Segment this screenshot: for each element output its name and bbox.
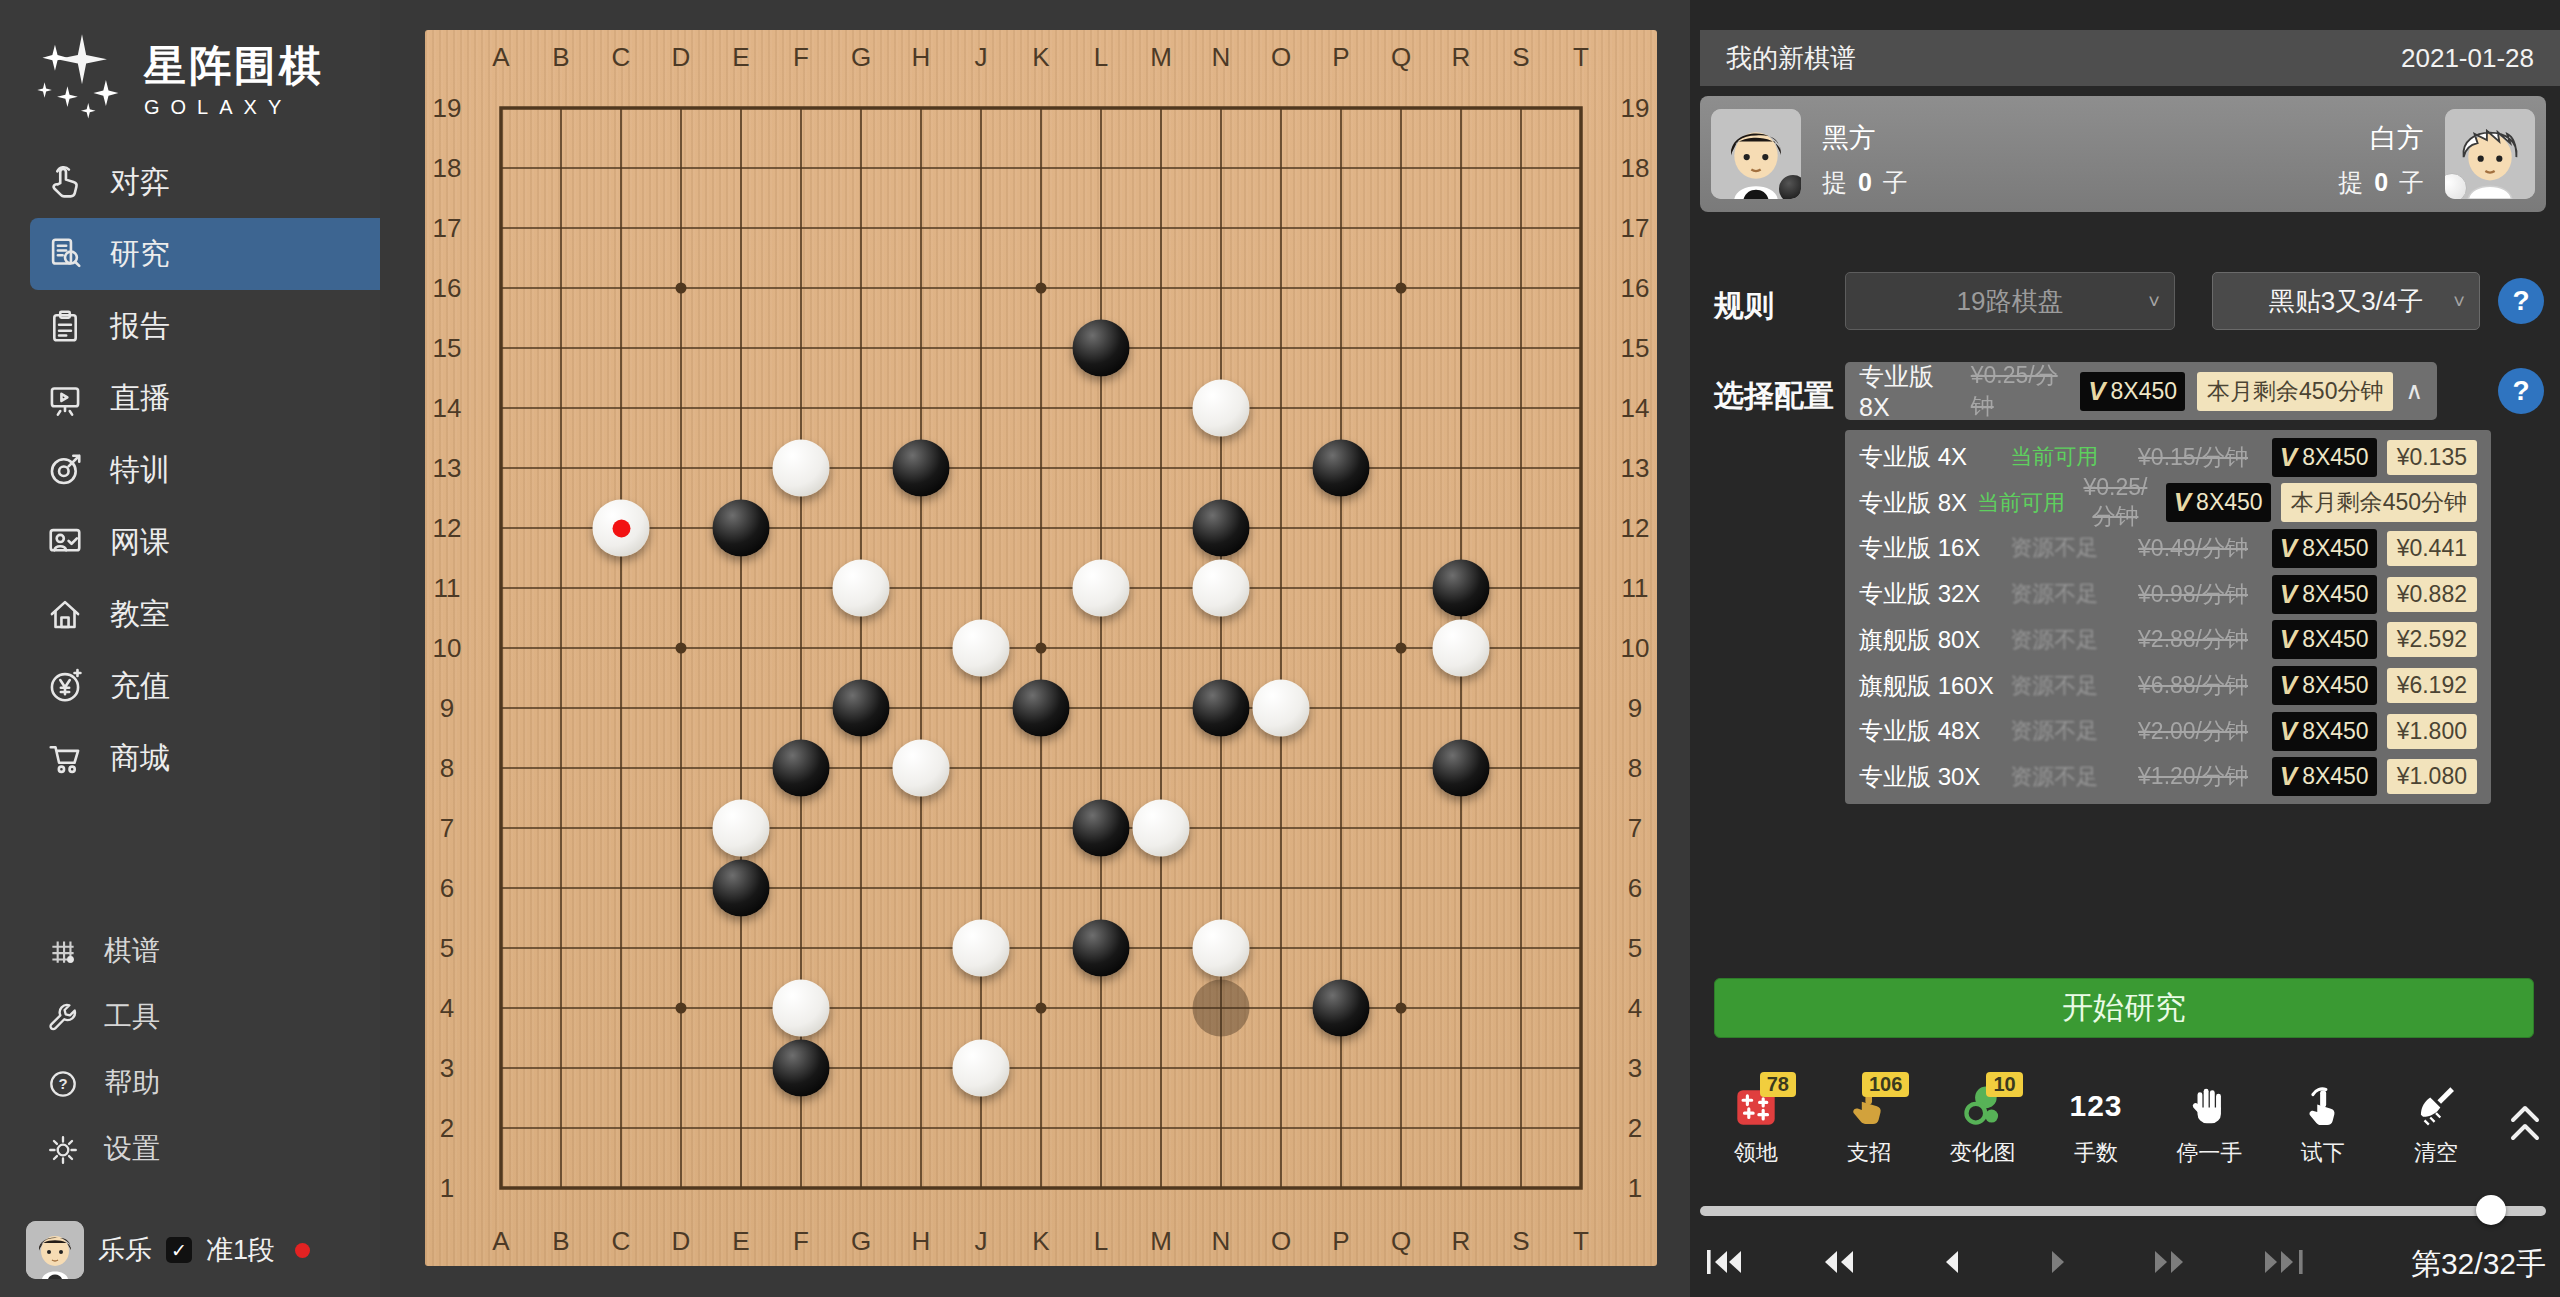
config-option-price: ¥1.800 <box>2387 714 2477 749</box>
report-icon <box>46 307 84 345</box>
config-option-status: 资源不足 <box>2010 762 2114 792</box>
col-label: R <box>1431 1226 1491 1256</box>
sidebar-item-label: 网课 <box>110 522 170 563</box>
row-label: 7 <box>427 798 467 858</box>
trymove-icon <box>2299 1082 2347 1130</box>
sidebar-item-label: 报告 <box>110 306 170 347</box>
config-option-old-price: ¥2.00/分钟 <box>2124 716 2262 747</box>
target-icon <box>46 451 84 489</box>
stone-preview-N4[interactable] <box>1193 980 1250 1037</box>
row-label: 12 <box>427 498 467 558</box>
tool-label: 清空 <box>2414 1138 2458 1168</box>
row-label: 3 <box>427 1038 467 1098</box>
black-player-avatar <box>1711 109 1801 199</box>
config-option-status: 资源不足 <box>2010 625 2114 655</box>
komi-rule-select[interactable]: 黑贴3又3/4子˅ <box>2212 272 2480 330</box>
sidebar: 星阵围棋 GOLAXY 对弈研究报告直播特训网课教室充值商城 棋谱工具?帮助设置… <box>0 0 380 1297</box>
sidebar-item-label: 特训 <box>110 450 170 491</box>
golaxy-stars-icon <box>30 26 134 130</box>
config-option-5[interactable]: 旗舰版 80X资源不足¥2.88/分钟V8X450¥2.592 <box>1853 619 2483 661</box>
stone-black-K9[interactable] <box>1013 680 1070 737</box>
config-option-price: ¥0.135 <box>2387 440 2477 475</box>
tool-badge: 10 <box>1986 1072 2022 1097</box>
col-label: R <box>1431 42 1491 72</box>
black-stone-badge <box>1779 175 1801 199</box>
stone-white-M7[interactable] <box>1133 800 1190 857</box>
config-option-price: ¥2.592 <box>2387 622 2477 657</box>
webclass-icon <box>46 523 84 561</box>
col-label: G <box>831 42 891 72</box>
col-label: H <box>891 1226 951 1256</box>
sidebar-item-1[interactable]: 对弈 <box>0 146 380 218</box>
stone-black-L5[interactable] <box>1073 920 1130 977</box>
stone-black-E12[interactable] <box>713 500 770 557</box>
col-label: O <box>1251 42 1311 72</box>
kifu-title-bar: 我的新棋谱 2021-01-28 <box>1700 30 2560 86</box>
config-option-1[interactable]: 专业版 4X当前可用¥0.15/分钟V8X450¥0.135 <box>1853 436 2483 478</box>
row-label: 5 <box>1615 918 1655 978</box>
recharge-icon <box>46 667 84 705</box>
row-label: 11 <box>427 558 467 618</box>
tool-6[interactable]: 试下 <box>2273 1082 2373 1168</box>
row-label: 1 <box>427 1158 467 1218</box>
stone-white-F13[interactable] <box>773 440 830 497</box>
row-label: 19 <box>1615 78 1655 138</box>
col-label: T <box>1551 42 1611 72</box>
stone-white-E7[interactable] <box>713 800 770 857</box>
user-avatar <box>26 1221 84 1279</box>
engine-pill: V8X450 <box>2080 372 2185 411</box>
stone-black-L7[interactable] <box>1073 800 1130 857</box>
stone-black-G9[interactable] <box>833 680 890 737</box>
sidebar-item-9[interactable]: 商城 <box>0 722 380 794</box>
tool-label: 试下 <box>2301 1138 2345 1168</box>
analysis-toolbar: 78领地106支招10变化图123手数停一手试下清空 <box>1706 1082 2486 1168</box>
row-label: 15 <box>1615 318 1655 378</box>
engine-pill: V8X450 <box>2272 575 2377 614</box>
col-label: C <box>591 42 651 72</box>
white-captures: 提 0 子 <box>2338 166 2424 199</box>
row-label: 13 <box>1615 438 1655 498</box>
sidebar-tool-4[interactable]: 设置 <box>0 1116 380 1182</box>
sidebar-item-label: 直播 <box>110 378 170 419</box>
stone-black-E6[interactable] <box>713 860 770 917</box>
sidebar-item-5[interactable]: 特训 <box>0 434 380 506</box>
row-label: 14 <box>427 378 467 438</box>
nav-fast-back-button[interactable] <box>1812 1238 1862 1286</box>
config-option-name: 专业版 48X <box>1859 715 2000 747</box>
black-player-label: 黑方 <box>1822 120 1876 156</box>
stone-black-H13[interactable] <box>893 440 950 497</box>
sidebar-tool-1[interactable]: 棋谱 <box>0 918 380 984</box>
sidebar-item-label: 充值 <box>110 666 170 707</box>
research-icon <box>46 235 84 273</box>
user-chip[interactable]: 乐乐 ✓ 准1段 <box>26 1221 310 1279</box>
svg-text:?: ? <box>58 1076 67 1092</box>
rules-help-icon[interactable]: ? <box>2498 278 2544 324</box>
pass-icon <box>2185 1082 2233 1130</box>
row-label: 11 <box>1615 558 1655 618</box>
stone-black-F3[interactable] <box>773 1040 830 1097</box>
sidebar-item-3[interactable]: 报告 <box>0 290 380 362</box>
row-label: 8 <box>1615 738 1655 798</box>
row-label: 10 <box>427 618 467 678</box>
start-research-button[interactable]: 开始研究 <box>1714 978 2534 1038</box>
config-option-status: 资源不足 <box>2010 671 2114 701</box>
sidebar-tool-label: 设置 <box>104 1130 160 1168</box>
row-label: 6 <box>1615 858 1655 918</box>
go-board: ABCDEFGHJKLMNOPQRST ABCDEFGHJKLMNOPQRST … <box>425 30 1657 1266</box>
clear-icon <box>2412 1082 2460 1130</box>
nav-fast-forward-button[interactable] <box>2148 1238 2198 1286</box>
stone-white-N5[interactable] <box>1193 920 1250 977</box>
config-option-old-price: ¥0.49/分钟 <box>2124 533 2262 564</box>
config-option-price: 本月剩余450分钟 <box>2281 483 2477 522</box>
replay-nav: 第32/32手 <box>1700 1234 2546 1290</box>
house-icon <box>46 595 84 633</box>
config-option-name: 专业版 16X <box>1859 532 2000 564</box>
config-option-3[interactable]: 专业版 16X资源不足¥0.49/分钟V8X450¥0.441 <box>1853 527 2483 569</box>
row-label: 3 <box>1615 1038 1655 1098</box>
col-label: S <box>1491 1226 1551 1256</box>
col-label: F <box>771 1226 831 1256</box>
sidebar-tools-menu: 棋谱工具?帮助设置 <box>0 918 380 1182</box>
row-label: 5 <box>427 918 467 978</box>
tool-7[interactable]: 清空 <box>2386 1082 2486 1168</box>
config-option-status: 当前可用 <box>2010 442 2114 472</box>
config-option-name: 专业版 8X <box>1859 487 1967 519</box>
config-option-old-price: ¥6.88/分钟 <box>2124 670 2262 701</box>
stone-white-F4[interactable] <box>773 980 830 1037</box>
help-icon: ? <box>46 1067 78 1099</box>
sidebar-item-7[interactable]: 教室 <box>0 578 380 650</box>
chevron-down-icon: ˅ <box>2148 290 2160 313</box>
col-label: F <box>771 42 831 72</box>
config-option-name: 旗舰版 80X <box>1859 624 2000 656</box>
app-logo: 星阵围棋 GOLAXY <box>0 0 380 130</box>
board-area: ABCDEFGHJKLMNOPQRST ABCDEFGHJKLMNOPQRST … <box>380 0 1700 1297</box>
col-label: O <box>1251 1226 1311 1256</box>
user-rank: 准1段 <box>206 1232 275 1268</box>
white-player-avatar <box>2445 109 2535 199</box>
row-label: 14 <box>1615 378 1655 438</box>
board-size-select[interactable]: 19路棋盘˅ <box>1845 272 2175 330</box>
black-captures: 提 0 子 <box>1822 166 1908 199</box>
kifu-date: 2021-01-28 <box>2401 43 2534 74</box>
row-label: 16 <box>427 258 467 318</box>
sidebar-tool-label: 帮助 <box>104 1064 160 1102</box>
nav-back-button[interactable] <box>1924 1238 1974 1286</box>
stone-black-P4[interactable] <box>1313 980 1370 1037</box>
tool-label: 手数 <box>2074 1138 2118 1168</box>
sidebar-tool-label: 棋谱 <box>104 932 160 970</box>
col-label: P <box>1311 1226 1371 1256</box>
config-option-2[interactable]: 专业版 8X当前可用¥0.25/分钟V8X450本月剩余450分钟 <box>1853 482 2483 524</box>
last-move-marker <box>612 519 630 537</box>
stone-white-O9[interactable] <box>1253 680 1310 737</box>
row-label: 7 <box>1615 798 1655 858</box>
row-label: 16 <box>1615 258 1655 318</box>
col-label: J <box>951 1226 1011 1256</box>
row-label: 6 <box>427 858 467 918</box>
col-label: N <box>1191 42 1251 72</box>
config-option-6[interactable]: 旗舰版 160X资源不足¥6.88/分钟V8X450¥6.192 <box>1853 665 2483 707</box>
config-option-name: 专业版 32X <box>1859 578 2000 610</box>
board-grid[interactable] <box>471 78 1611 1218</box>
tool-4[interactable]: 123手数 <box>2046 1082 2146 1168</box>
movenum-icon: 123 <box>2072 1082 2120 1130</box>
engine-pill: V8X450 <box>2272 666 2377 705</box>
engine-pill: V8X450 <box>2166 483 2271 522</box>
sidebar-tool-label: 工具 <box>104 998 160 1036</box>
white-player-label: 白方 <box>2370 120 2424 156</box>
col-label: D <box>651 1226 711 1256</box>
logo-title: 星阵围棋 <box>144 38 324 94</box>
logo-subtitle: GOLAXY <box>144 96 324 119</box>
nav-to-end-button[interactable] <box>2260 1238 2310 1286</box>
config-option-old-price: ¥0.15/分钟 <box>2124 442 2262 473</box>
engine-pill: V8X450 <box>2272 620 2377 659</box>
collapse-toolbar-button[interactable] <box>2500 1092 2550 1156</box>
col-label: A <box>471 42 531 72</box>
sidebar-tool-3[interactable]: ?帮助 <box>0 1050 380 1116</box>
tool-label: 领地 <box>1734 1138 1778 1168</box>
quota-pill: 本月剩余450分钟 <box>2197 372 2393 411</box>
col-label: S <box>1491 42 1551 72</box>
chevron-down-icon: ˅ <box>2453 290 2465 313</box>
engine-pill: V8X450 <box>2272 712 2377 751</box>
sidebar-item-label: 商城 <box>110 738 170 779</box>
nav-to-start-button[interactable] <box>1700 1238 1750 1286</box>
sidebar-menu: 对弈研究报告直播特训网课教室充值商城 <box>0 146 380 794</box>
col-label: Q <box>1371 1226 1431 1256</box>
row-label: 8 <box>427 738 467 798</box>
stone-black-N9[interactable] <box>1193 680 1250 737</box>
kifu-icon <box>46 935 78 967</box>
sidebar-tool-2[interactable]: 工具 <box>0 984 380 1050</box>
tool-label: 变化图 <box>1950 1138 2016 1168</box>
rules-label: 规则 <box>1714 286 1774 327</box>
stone-black-P13[interactable] <box>1313 440 1370 497</box>
config-option-price: ¥1.080 <box>2387 759 2477 794</box>
row-label: 4 <box>427 978 467 1038</box>
move-counter: 第32/32手 <box>2411 1244 2546 1285</box>
config-option-old-price: ¥1.20/分钟 <box>2124 761 2262 792</box>
sidebar-item-4[interactable]: 直播 <box>0 362 380 434</box>
tool-5[interactable]: 停一手 <box>2159 1082 2259 1168</box>
config-option-4[interactable]: 专业版 32X资源不足¥0.98/分钟V8X450¥0.882 <box>1853 573 2483 615</box>
col-label: E <box>711 1226 771 1256</box>
move-slider-thumb[interactable] <box>2476 1195 2506 1225</box>
stone-black-N12[interactable] <box>1193 500 1250 557</box>
tool-badge: 78 <box>1760 1072 1796 1097</box>
board-numbers-right: 19181716151413121110987654321 <box>1615 78 1655 1218</box>
row-label: 18 <box>1615 138 1655 198</box>
board-letters-top: ABCDEFGHJKLMNOPQRST <box>471 42 1611 72</box>
engine-pill: V8X450 <box>2272 757 2377 796</box>
right-panel: 我的新棋谱 2021-01-28 黑方 提 0 子 白方 提 0 <box>1700 0 2560 1297</box>
config-option-name: 专业版 4X <box>1859 441 2000 473</box>
row-label: 10 <box>1615 618 1655 678</box>
sidebar-item-label: 对弈 <box>110 162 170 203</box>
config-option-status: 资源不足 <box>2010 716 2114 746</box>
col-label: B <box>531 1226 591 1256</box>
col-label: J <box>951 42 1011 72</box>
row-label: 9 <box>1615 678 1655 738</box>
row-label: 13 <box>427 438 467 498</box>
players-card: 黑方 提 0 子 白方 提 0 子 <box>1700 96 2546 212</box>
stone-white-R10[interactable] <box>1433 620 1490 677</box>
stone-black-R8[interactable] <box>1433 740 1490 797</box>
col-label: T <box>1551 1226 1611 1256</box>
col-label: N <box>1191 1226 1251 1256</box>
row-label: 15 <box>427 318 467 378</box>
config-option-old-price: ¥0.98/分钟 <box>2124 579 2262 610</box>
col-label: D <box>651 42 711 72</box>
col-label: M <box>1131 1226 1191 1256</box>
stone-black-F8[interactable] <box>773 740 830 797</box>
config-option-name: 旗舰版 160X <box>1859 670 2000 702</box>
config-option-price: ¥0.441 <box>2387 531 2477 566</box>
tool-3[interactable]: 10变化图 <box>1933 1082 2033 1168</box>
sidebar-item-label: 教室 <box>110 594 170 635</box>
row-label: 18 <box>427 138 467 198</box>
user-name: 乐乐 <box>98 1232 152 1268</box>
col-label: E <box>711 42 771 72</box>
nav-forward-button[interactable] <box>2036 1238 2086 1286</box>
row-label: 2 <box>427 1098 467 1158</box>
col-label: B <box>531 42 591 72</box>
stone-white-C12[interactable] <box>593 500 650 557</box>
row-label: 12 <box>1615 498 1655 558</box>
user-status-dot <box>295 1243 310 1258</box>
config-option-price: ¥6.192 <box>2387 668 2477 703</box>
stone-black-L15[interactable] <box>1073 320 1130 377</box>
col-label: L <box>1071 42 1131 72</box>
config-help-icon[interactable]: ? <box>2498 368 2544 414</box>
config-option-status: 资源不足 <box>2010 579 2114 609</box>
kifu-title: 我的新棋谱 <box>1726 41 1856 76</box>
row-label: 4 <box>1615 978 1655 1038</box>
board-letters-bottom: ABCDEFGHJKLMNOPQRST <box>471 1226 1611 1256</box>
chevron-up-icon: ∧ <box>2405 377 2423 405</box>
col-label: A <box>471 1226 531 1256</box>
row-label: 1 <box>1615 1158 1655 1218</box>
sidebar-item-label: 研究 <box>110 234 170 275</box>
gear-icon <box>46 1133 78 1165</box>
row-label: 19 <box>427 78 467 138</box>
tool-1[interactable]: 78领地 <box>1706 1082 1806 1168</box>
stone-white-J5[interactable] <box>953 920 1010 977</box>
tool-label: 支招 <box>1847 1138 1891 1168</box>
col-label: Q <box>1371 42 1431 72</box>
config-option-status: 当前可用 <box>1977 488 2065 518</box>
stone-white-J3[interactable] <box>953 1040 1010 1097</box>
stone-black-R11[interactable] <box>1433 560 1490 617</box>
wrench-icon <box>46 1001 78 1033</box>
sidebar-item-6[interactable]: 网课 <box>0 506 380 578</box>
config-option-price: ¥0.882 <box>2387 577 2477 612</box>
col-label: K <box>1011 42 1071 72</box>
stone-white-H8[interactable] <box>893 740 950 797</box>
col-label: L <box>1071 1226 1131 1256</box>
tool-badge: 106 <box>1862 1072 1909 1097</box>
stone-white-N11[interactable] <box>1193 560 1250 617</box>
config-option-name: 专业版 30X <box>1859 761 2000 793</box>
sidebar-item-2[interactable]: 研究 <box>30 218 380 290</box>
row-label: 17 <box>427 198 467 258</box>
live-icon <box>46 379 84 417</box>
board-numbers-left: 19181716151413121110987654321 <box>427 78 467 1218</box>
stone-white-G11[interactable] <box>833 560 890 617</box>
tool-2[interactable]: 106支招 <box>1819 1082 1919 1168</box>
config-option-old-price: ¥2.88/分钟 <box>2124 624 2262 655</box>
col-label: H <box>891 42 951 72</box>
stone-white-L11[interactable] <box>1073 560 1130 617</box>
config-option-7[interactable]: 专业版 48X资源不足¥2.00/分钟V8X450¥1.800 <box>1853 710 2483 752</box>
cart-icon <box>46 739 84 777</box>
stone-white-N14[interactable] <box>1193 380 1250 437</box>
pointer-icon <box>46 163 84 201</box>
tool-label: 停一手 <box>2176 1138 2242 1168</box>
row-label: 9 <box>427 678 467 738</box>
config-option-status: 资源不足 <box>2010 533 2114 563</box>
sidebar-item-8[interactable]: 充值 <box>0 650 380 722</box>
engine-pill: V8X450 <box>2272 529 2377 568</box>
user-verified-badge: ✓ <box>166 1237 192 1263</box>
config-option-8[interactable]: 专业版 30X资源不足¥1.20/分钟V8X450¥1.080 <box>1853 756 2483 798</box>
move-slider[interactable] <box>1700 1206 2546 1216</box>
col-label: C <box>591 1226 651 1256</box>
col-label: G <box>831 1226 891 1256</box>
config-selected-header[interactable]: 专业版 8X ¥0.25/分钟 V8X450 本月剩余450分钟 ∧ <box>1845 362 2437 420</box>
col-label: K <box>1011 1226 1071 1256</box>
config-label: 选择配置 <box>1714 376 1834 417</box>
engine-pill: V8X450 <box>2272 438 2377 477</box>
col-label: M <box>1131 42 1191 72</box>
row-label: 2 <box>1615 1098 1655 1158</box>
row-label: 17 <box>1615 198 1655 258</box>
config-options-list: 专业版 4X当前可用¥0.15/分钟V8X450¥0.135专业版 8X当前可用… <box>1845 430 2491 804</box>
config-option-old-price: ¥0.25/分钟 <box>2075 474 2156 532</box>
stone-white-J10[interactable] <box>953 620 1010 677</box>
col-label: P <box>1311 42 1371 72</box>
